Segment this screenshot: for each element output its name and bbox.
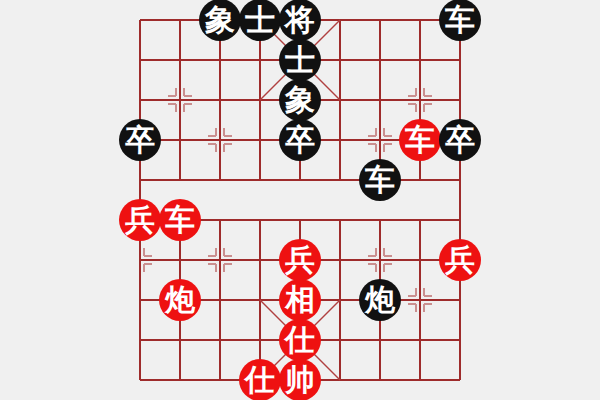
red-soldier[interactable]: 兵 bbox=[279, 239, 321, 281]
board-point-6-0[interactable] bbox=[360, 0, 400, 40]
board-point-4-4[interactable] bbox=[280, 160, 320, 200]
board-point-2-8[interactable] bbox=[200, 320, 240, 360]
board-point-4-2[interactable]: 象 bbox=[280, 80, 320, 120]
board-point-8-5[interactable] bbox=[440, 200, 480, 240]
board-point-6-9[interactable] bbox=[360, 360, 400, 400]
black-chariot[interactable]: 车 bbox=[359, 159, 401, 201]
board-point-2-9[interactable] bbox=[200, 360, 240, 400]
board-point-8-7[interactable] bbox=[440, 280, 480, 320]
board-point-8-1[interactable] bbox=[440, 40, 480, 80]
board-point-4-0[interactable]: 将 bbox=[280, 0, 320, 40]
board-point-6-6[interactable] bbox=[360, 240, 400, 280]
red-general[interactable]: 帅 bbox=[279, 359, 321, 400]
board-point-6-5[interactable] bbox=[360, 200, 400, 240]
board-point-0-5[interactable]: 兵 bbox=[120, 200, 160, 240]
board-point-1-1[interactable] bbox=[160, 40, 200, 80]
board-point-4-9[interactable]: 帅 bbox=[280, 360, 320, 400]
red-soldier[interactable]: 兵 bbox=[119, 199, 161, 241]
board-point-1-7[interactable]: 炮 bbox=[160, 280, 200, 320]
red-chariot[interactable]: 车 bbox=[399, 119, 441, 161]
board-point-8-6[interactable]: 兵 bbox=[440, 240, 480, 280]
board-point-5-1[interactable] bbox=[320, 40, 360, 80]
board-point-8-4[interactable] bbox=[440, 160, 480, 200]
board-point-0-4[interactable] bbox=[120, 160, 160, 200]
board-point-5-2[interactable] bbox=[320, 80, 360, 120]
board-point-4-1[interactable]: 士 bbox=[280, 40, 320, 80]
board-point-3-7[interactable] bbox=[240, 280, 280, 320]
board-point-6-1[interactable] bbox=[360, 40, 400, 80]
board-point-7-6[interactable] bbox=[400, 240, 440, 280]
xiangqi-board-screen: 象士将车士象卒卒车卒车兵车兵兵炮相炮仕仕帅 bbox=[0, 0, 600, 400]
board-point-5-6[interactable] bbox=[320, 240, 360, 280]
board-point-2-0[interactable]: 象 bbox=[200, 0, 240, 40]
board-point-5-5[interactable] bbox=[320, 200, 360, 240]
black-advisor[interactable]: 士 bbox=[279, 39, 321, 81]
board-point-7-9[interactable] bbox=[400, 360, 440, 400]
board-point-8-0[interactable]: 车 bbox=[440, 0, 480, 40]
board-point-5-9[interactable] bbox=[320, 360, 360, 400]
board-point-0-8[interactable] bbox=[120, 320, 160, 360]
red-elephant[interactable]: 相 bbox=[279, 279, 321, 321]
board-point-7-4[interactable] bbox=[400, 160, 440, 200]
board-point-6-4[interactable]: 车 bbox=[360, 160, 400, 200]
red-advisor[interactable]: 仕 bbox=[279, 319, 321, 361]
red-cannon[interactable]: 炮 bbox=[159, 279, 201, 321]
board-point-0-7[interactable] bbox=[120, 280, 160, 320]
red-advisor[interactable]: 仕 bbox=[239, 359, 281, 400]
board-point-7-2[interactable] bbox=[400, 80, 440, 120]
board-point-1-8[interactable] bbox=[160, 320, 200, 360]
board-point-8-3[interactable]: 卒 bbox=[440, 120, 480, 160]
board-point-0-6[interactable] bbox=[120, 240, 160, 280]
board-point-6-2[interactable] bbox=[360, 80, 400, 120]
board-point-4-7[interactable]: 相 bbox=[280, 280, 320, 320]
board-point-1-0[interactable] bbox=[160, 0, 200, 40]
board-point-3-1[interactable] bbox=[240, 40, 280, 80]
board-point-2-6[interactable] bbox=[200, 240, 240, 280]
board-point-1-3[interactable] bbox=[160, 120, 200, 160]
black-elephant[interactable]: 象 bbox=[199, 0, 241, 41]
board-point-2-1[interactable] bbox=[200, 40, 240, 80]
black-soldier[interactable]: 卒 bbox=[279, 119, 321, 161]
board-point-8-2[interactable] bbox=[440, 80, 480, 120]
board-point-0-1[interactable] bbox=[120, 40, 160, 80]
board-point-3-9[interactable]: 仕 bbox=[240, 360, 280, 400]
board-point-4-8[interactable]: 仕 bbox=[280, 320, 320, 360]
board-point-2-4[interactable] bbox=[200, 160, 240, 200]
board-point-1-6[interactable] bbox=[160, 240, 200, 280]
board-point-5-7[interactable] bbox=[320, 280, 360, 320]
red-chariot[interactable]: 车 bbox=[159, 199, 201, 241]
board-point-2-3[interactable] bbox=[200, 120, 240, 160]
board-point-2-5[interactable] bbox=[200, 200, 240, 240]
board-point-5-3[interactable] bbox=[320, 120, 360, 160]
board-point-1-4[interactable] bbox=[160, 160, 200, 200]
board-point-0-9[interactable] bbox=[120, 360, 160, 400]
black-soldier[interactable]: 卒 bbox=[439, 119, 481, 161]
board-point-1-5[interactable]: 车 bbox=[160, 200, 200, 240]
board-point-5-8[interactable] bbox=[320, 320, 360, 360]
board-point-8-9[interactable] bbox=[440, 360, 480, 400]
board-point-3-2[interactable] bbox=[240, 80, 280, 120]
board-point-3-0[interactable]: 士 bbox=[240, 0, 280, 40]
board-point-4-3[interactable]: 卒 bbox=[280, 120, 320, 160]
xiangqi-board-grid: 象士将车士象卒卒车卒车兵车兵兵炮相炮仕仕帅 bbox=[120, 0, 480, 400]
board-point-0-2[interactable] bbox=[120, 80, 160, 120]
board-point-3-6[interactable] bbox=[240, 240, 280, 280]
board-point-3-4[interactable] bbox=[240, 160, 280, 200]
board-point-5-4[interactable] bbox=[320, 160, 360, 200]
board-point-6-8[interactable] bbox=[360, 320, 400, 360]
black-elephant[interactable]: 象 bbox=[279, 79, 321, 121]
board-point-0-3[interactable]: 卒 bbox=[120, 120, 160, 160]
board-point-7-8[interactable] bbox=[400, 320, 440, 360]
black-soldier[interactable]: 卒 bbox=[119, 119, 161, 161]
board-point-2-2[interactable] bbox=[200, 80, 240, 120]
black-general[interactable]: 将 bbox=[279, 0, 321, 41]
board-point-7-0[interactable] bbox=[400, 0, 440, 40]
board-point-2-7[interactable] bbox=[200, 280, 240, 320]
black-cannon[interactable]: 炮 bbox=[359, 279, 401, 321]
board-point-5-0[interactable] bbox=[320, 0, 360, 40]
board-point-1-2[interactable] bbox=[160, 80, 200, 120]
board-point-0-0[interactable] bbox=[120, 0, 160, 40]
board-point-6-7[interactable]: 炮 bbox=[360, 280, 400, 320]
board-point-7-3[interactable]: 车 bbox=[400, 120, 440, 160]
board-point-3-8[interactable] bbox=[240, 320, 280, 360]
board-point-4-5[interactable] bbox=[280, 200, 320, 240]
board-point-4-6[interactable]: 兵 bbox=[280, 240, 320, 280]
board-point-1-9[interactable] bbox=[160, 360, 200, 400]
board-point-7-5[interactable] bbox=[400, 200, 440, 240]
board-point-3-5[interactable] bbox=[240, 200, 280, 240]
black-chariot[interactable]: 车 bbox=[439, 0, 481, 41]
board-point-7-1[interactable] bbox=[400, 40, 440, 80]
red-soldier[interactable]: 兵 bbox=[439, 239, 481, 281]
board-point-6-3[interactable] bbox=[360, 120, 400, 160]
board-point-7-7[interactable] bbox=[400, 280, 440, 320]
board-point-3-3[interactable] bbox=[240, 120, 280, 160]
board-point-8-8[interactable] bbox=[440, 320, 480, 360]
black-advisor[interactable]: 士 bbox=[239, 0, 281, 41]
